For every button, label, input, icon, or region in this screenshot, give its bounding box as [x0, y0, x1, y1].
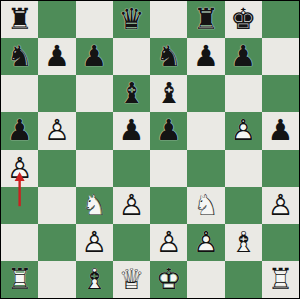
square-a3[interactable] [1, 187, 38, 224]
rook-glyph: ♜ [187, 1, 224, 38]
piece-black-pawn[interactable]: ♟ [225, 38, 262, 75]
square-a8[interactable]: ♜ [1, 1, 38, 38]
square-a7[interactable]: ♞ [1, 38, 38, 75]
square-a1[interactable]: ♜♖ [1, 261, 38, 298]
square-e5[interactable]: ♟ [150, 112, 187, 149]
pawn-outline-glyph: ♙ [187, 224, 224, 261]
square-d2[interactable] [113, 224, 150, 261]
piece-white-pawn[interactable]: ♟♙ [262, 187, 299, 224]
square-e6[interactable]: ♝ [150, 75, 187, 112]
square-g4[interactable] [225, 150, 262, 187]
piece-black-pawn[interactable]: ♟ [150, 112, 187, 149]
king-outline-glyph: ♔ [150, 261, 187, 298]
square-d1[interactable]: ♛♕ [113, 261, 150, 298]
square-b2[interactable] [38, 224, 75, 261]
piece-white-pawn[interactable]: ♟♙ [38, 112, 75, 149]
square-f1[interactable] [187, 261, 224, 298]
bishop-outline-glyph: ♗ [225, 224, 262, 261]
square-b5[interactable]: ♟♙ [38, 112, 75, 149]
square-a4[interactable]: ♟♙ [1, 150, 38, 187]
pawn-glyph: ♟ [1, 112, 38, 149]
piece-black-king[interactable]: ♚ [225, 1, 262, 38]
piece-black-pawn[interactable]: ♟ [38, 38, 75, 75]
square-c7[interactable]: ♟ [76, 38, 113, 75]
piece-black-rook[interactable]: ♜ [187, 1, 224, 38]
pawn-outline-glyph: ♙ [38, 112, 75, 149]
piece-black-knight[interactable]: ♞ [150, 38, 187, 75]
piece-black-pawn[interactable]: ♟ [187, 38, 224, 75]
piece-black-queen[interactable]: ♛ [113, 1, 150, 38]
pawn-glyph: ♟ [113, 112, 150, 149]
piece-white-pawn[interactable]: ♟♙ [113, 187, 150, 224]
king-glyph: ♚ [225, 1, 262, 38]
square-g3[interactable] [225, 187, 262, 224]
square-f5[interactable] [187, 112, 224, 149]
piece-white-knight[interactable]: ♞♘ [76, 187, 113, 224]
square-e7[interactable]: ♞ [150, 38, 187, 75]
square-f2[interactable]: ♟♙ [187, 224, 224, 261]
square-f7[interactable]: ♟ [187, 38, 224, 75]
square-g5[interactable]: ♟♙ [225, 112, 262, 149]
piece-white-pawn[interactable]: ♟♙ [150, 224, 187, 261]
square-c4[interactable] [76, 150, 113, 187]
piece-white-rook[interactable]: ♜♖ [262, 261, 299, 298]
square-e1[interactable]: ♚♔ [150, 261, 187, 298]
square-g2[interactable]: ♝♗ [225, 224, 262, 261]
piece-white-rook[interactable]: ♜♖ [1, 261, 38, 298]
pawn-outline-glyph: ♙ [1, 150, 38, 187]
piece-white-knight[interactable]: ♞♘ [187, 187, 224, 224]
bishop-outline-glyph: ♗ [76, 261, 113, 298]
square-c5[interactable] [76, 112, 113, 149]
square-e4[interactable] [150, 150, 187, 187]
square-d7[interactable] [113, 38, 150, 75]
square-h2[interactable] [262, 224, 299, 261]
square-d4[interactable] [113, 150, 150, 187]
piece-black-pawn[interactable]: ♟ [1, 112, 38, 149]
square-e2[interactable]: ♟♙ [150, 224, 187, 261]
square-g8[interactable]: ♚ [225, 1, 262, 38]
square-d5[interactable]: ♟ [113, 112, 150, 149]
piece-black-rook[interactable]: ♜ [1, 1, 38, 38]
square-h5[interactable]: ♟ [262, 112, 299, 149]
square-h1[interactable]: ♜♖ [262, 261, 299, 298]
square-d3[interactable]: ♟♙ [113, 187, 150, 224]
piece-black-pawn[interactable]: ♟ [76, 38, 113, 75]
square-a2[interactable] [1, 224, 38, 261]
square-h3[interactable]: ♟♙ [262, 187, 299, 224]
square-h7[interactable] [262, 38, 299, 75]
piece-black-knight[interactable]: ♞ [1, 38, 38, 75]
square-a6[interactable] [1, 75, 38, 112]
bishop-glyph: ♝ [150, 75, 187, 112]
queen-outline-glyph: ♕ [113, 261, 150, 298]
piece-white-queen[interactable]: ♛♕ [113, 261, 150, 298]
knight-outline-glyph: ♘ [187, 187, 224, 224]
square-c6[interactable] [76, 75, 113, 112]
knight-glyph: ♞ [150, 38, 187, 75]
pawn-outline-glyph: ♙ [76, 224, 113, 261]
piece-white-pawn[interactable]: ♟♙ [187, 224, 224, 261]
piece-white-king[interactable]: ♚♔ [150, 261, 187, 298]
piece-white-pawn[interactable]: ♟♙ [1, 150, 38, 187]
square-g1[interactable] [225, 261, 262, 298]
square-b4[interactable] [38, 150, 75, 187]
square-b6[interactable] [38, 75, 75, 112]
pawn-outline-glyph: ♙ [225, 112, 262, 149]
pawn-outline-glyph: ♙ [113, 187, 150, 224]
piece-white-bishop[interactable]: ♝♗ [76, 261, 113, 298]
pawn-outline-glyph: ♙ [262, 187, 299, 224]
piece-white-pawn[interactable]: ♟♙ [76, 224, 113, 261]
square-f4[interactable] [187, 150, 224, 187]
rook-outline-glyph: ♖ [262, 261, 299, 298]
square-f3[interactable]: ♞♘ [187, 187, 224, 224]
square-b7[interactable]: ♟ [38, 38, 75, 75]
pawn-glyph: ♟ [225, 38, 262, 75]
square-b3[interactable] [38, 187, 75, 224]
pawn-glyph: ♟ [150, 112, 187, 149]
pawn-glyph: ♟ [38, 38, 75, 75]
piece-white-bishop[interactable]: ♝♗ [225, 224, 262, 261]
square-b8[interactable] [38, 1, 75, 38]
square-f6[interactable] [187, 75, 224, 112]
piece-black-bishop[interactable]: ♝ [150, 75, 187, 112]
square-d6[interactable]: ♝ [113, 75, 150, 112]
bishop-glyph: ♝ [113, 75, 150, 112]
square-f8[interactable]: ♜ [187, 1, 224, 38]
square-c3[interactable]: ♞♘ [76, 187, 113, 224]
pawn-glyph: ♟ [76, 38, 113, 75]
pawn-glyph: ♟ [187, 38, 224, 75]
square-c2[interactable]: ♟♙ [76, 224, 113, 261]
square-h6[interactable] [262, 75, 299, 112]
chess-board: ♜♛♜♚♞♟♟♞♟♟♝♝♟♟♙♟♟♟♙♟♟♙♞♘♟♙♞♘♟♙♟♙♟♙♟♙♝♗♜♖… [0, 0, 300, 299]
square-e3[interactable] [150, 187, 187, 224]
piece-black-pawn[interactable]: ♟ [113, 112, 150, 149]
piece-white-pawn[interactable]: ♟♙ [225, 112, 262, 149]
square-c1[interactable]: ♝♗ [76, 261, 113, 298]
square-h4[interactable] [262, 150, 299, 187]
square-a5[interactable]: ♟ [1, 112, 38, 149]
knight-glyph: ♞ [1, 38, 38, 75]
square-b1[interactable] [38, 261, 75, 298]
rook-outline-glyph: ♖ [1, 261, 38, 298]
square-g7[interactable]: ♟ [225, 38, 262, 75]
knight-outline-glyph: ♘ [76, 187, 113, 224]
pawn-glyph: ♟ [262, 112, 299, 149]
piece-black-bishop[interactable]: ♝ [113, 75, 150, 112]
queen-glyph: ♛ [113, 1, 150, 38]
square-g6[interactable] [225, 75, 262, 112]
square-c8[interactable] [76, 1, 113, 38]
rook-glyph: ♜ [1, 1, 38, 38]
square-e8[interactable] [150, 1, 187, 38]
piece-black-pawn[interactable]: ♟ [262, 112, 299, 149]
square-d8[interactable]: ♛ [113, 1, 150, 38]
square-h8[interactable] [262, 1, 299, 38]
pawn-outline-glyph: ♙ [150, 224, 187, 261]
